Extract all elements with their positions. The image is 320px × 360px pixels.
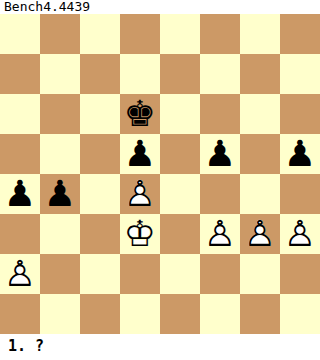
square-g5[interactable]	[240, 134, 280, 174]
square-h8[interactable]	[280, 14, 320, 54]
square-c3[interactable]	[80, 214, 120, 254]
square-h2[interactable]	[280, 254, 320, 294]
square-f1[interactable]	[200, 294, 240, 334]
square-g1[interactable]	[240, 294, 280, 334]
square-a5[interactable]	[0, 134, 40, 174]
square-d8[interactable]	[120, 14, 160, 54]
square-b2[interactable]	[40, 254, 80, 294]
square-e8[interactable]	[160, 14, 200, 54]
square-c5[interactable]	[80, 134, 120, 174]
square-d2[interactable]	[120, 254, 160, 294]
square-h5[interactable]: ♟	[280, 134, 320, 174]
white-pawn-outline-icon: ♙	[200, 214, 240, 254]
square-a6[interactable]	[0, 94, 40, 134]
square-b8[interactable]	[40, 14, 80, 54]
square-e7[interactable]	[160, 54, 200, 94]
square-a4[interactable]: ♟	[0, 174, 40, 214]
square-g8[interactable]	[240, 14, 280, 54]
square-f4[interactable]	[200, 174, 240, 214]
square-e5[interactable]	[160, 134, 200, 174]
black-pawn-piece: ♟	[280, 134, 320, 174]
square-g7[interactable]	[240, 54, 280, 94]
white-pawn-outline-icon: ♙	[0, 254, 40, 294]
square-e3[interactable]	[160, 214, 200, 254]
white-pawn-piece: ♟	[120, 174, 160, 214]
square-a7[interactable]	[0, 54, 40, 94]
square-d3[interactable]: ♚♔	[120, 214, 160, 254]
square-b6[interactable]	[40, 94, 80, 134]
square-f8[interactable]	[200, 14, 240, 54]
square-c8[interactable]	[80, 14, 120, 54]
square-h3[interactable]: ♟♙	[280, 214, 320, 254]
square-f2[interactable]	[200, 254, 240, 294]
square-b4[interactable]: ♟	[40, 174, 80, 214]
square-d6[interactable]: ♚	[120, 94, 160, 134]
square-a2[interactable]: ♟♙	[0, 254, 40, 294]
square-a1[interactable]	[0, 294, 40, 334]
black-pawn-piece: ♟	[120, 134, 160, 174]
square-a3[interactable]	[0, 214, 40, 254]
square-f7[interactable]	[200, 54, 240, 94]
square-c1[interactable]	[80, 294, 120, 334]
square-b3[interactable]	[40, 214, 80, 254]
white-pawn-piece: ♟	[240, 214, 280, 254]
square-h6[interactable]	[280, 94, 320, 134]
square-d7[interactable]	[120, 54, 160, 94]
white-pawn-piece: ♟	[280, 214, 320, 254]
square-c2[interactable]	[80, 254, 120, 294]
square-f6[interactable]	[200, 94, 240, 134]
white-pawn-outline-icon: ♙	[240, 214, 280, 254]
square-a8[interactable]	[0, 14, 40, 54]
white-pawn-piece: ♟	[0, 254, 40, 294]
square-g4[interactable]	[240, 174, 280, 214]
square-d1[interactable]	[120, 294, 160, 334]
square-e6[interactable]	[160, 94, 200, 134]
white-pawn-outline-icon: ♙	[120, 174, 160, 214]
square-b1[interactable]	[40, 294, 80, 334]
square-g6[interactable]	[240, 94, 280, 134]
window-title: Bench4.4439	[4, 0, 90, 14]
square-h4[interactable]	[280, 174, 320, 214]
black-pawn-piece: ♟	[0, 174, 40, 214]
square-h1[interactable]	[280, 294, 320, 334]
white-king-outline-icon: ♔	[120, 214, 160, 254]
square-f5[interactable]: ♟	[200, 134, 240, 174]
square-c7[interactable]	[80, 54, 120, 94]
black-king-piece: ♚	[120, 94, 160, 134]
white-pawn-outline-icon: ♙	[280, 214, 320, 254]
square-g2[interactable]	[240, 254, 280, 294]
square-e4[interactable]	[160, 174, 200, 214]
square-d4[interactable]: ♟♙	[120, 174, 160, 214]
white-king-piece: ♚	[120, 214, 160, 254]
square-h7[interactable]	[280, 54, 320, 94]
square-c4[interactable]	[80, 174, 120, 214]
square-b5[interactable]	[40, 134, 80, 174]
white-pawn-piece: ♟	[200, 214, 240, 254]
square-e1[interactable]	[160, 294, 200, 334]
square-e2[interactable]	[160, 254, 200, 294]
square-b7[interactable]	[40, 54, 80, 94]
square-d5[interactable]: ♟	[120, 134, 160, 174]
black-pawn-piece: ♟	[200, 134, 240, 174]
black-pawn-piece: ♟	[40, 174, 80, 214]
move-prompt: 1. ?	[8, 337, 44, 355]
chess-board: ♚♟♟♟♟♟♟♙♚♔♟♙♟♙♟♙♟♙	[0, 14, 320, 334]
square-c6[interactable]	[80, 94, 120, 134]
square-f3[interactable]: ♟♙	[200, 214, 240, 254]
square-g3[interactable]: ♟♙	[240, 214, 280, 254]
